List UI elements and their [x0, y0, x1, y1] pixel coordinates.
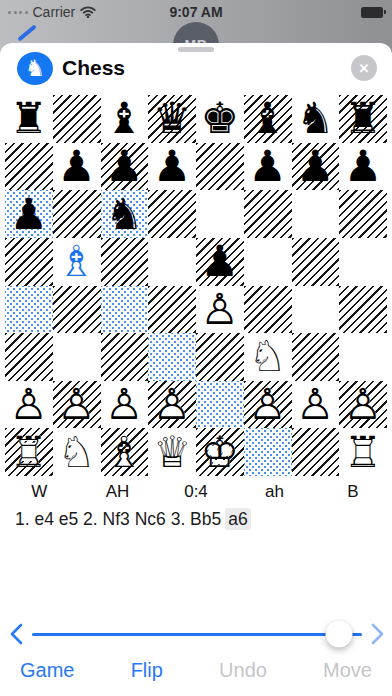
- square-f8[interactable]: ♝: [244, 95, 292, 143]
- black-bishop-c8: ♝: [101, 95, 149, 143]
- square-h1[interactable]: ♜♖: [339, 428, 387, 476]
- square-b1[interactable]: ♞♘: [53, 428, 101, 476]
- knight-logo-icon: ♞: [25, 57, 46, 80]
- square-e8[interactable]: ♚: [196, 95, 244, 143]
- square-h8[interactable]: ♜: [339, 95, 387, 143]
- black-bishop-f8: ♝: [244, 95, 292, 143]
- square-b7[interactable]: ♟: [53, 143, 101, 191]
- move-list-text: 1. e4 e5 2. Nf3 Nc6 3. Bb5: [15, 509, 221, 529]
- white-bishop-b5: ♗: [53, 238, 101, 286]
- square-f5[interactable]: [244, 238, 292, 286]
- close-button[interactable]: ✕: [351, 55, 377, 81]
- square-d4[interactable]: [148, 286, 196, 334]
- square-e2[interactable]: [196, 381, 244, 429]
- square-c3[interactable]: [101, 333, 149, 381]
- black-pawn-e5: ♟: [196, 238, 244, 286]
- black-pawn-b7: ♟: [53, 143, 101, 191]
- square-f2[interactable]: ♟♙: [244, 381, 292, 429]
- square-c8[interactable]: ♝: [101, 95, 149, 143]
- status-bar-right: [361, 7, 386, 18]
- square-b4[interactable]: [53, 286, 101, 334]
- chess-board: ♜♝♛♚♝♞♜♟♟♟♟♟♟♟♞♝♗♟♟♙♞♘♟♙♟♙♟♙♟♙♟♙♟♙♟♙♜♖♞♘…: [5, 95, 387, 476]
- square-d2[interactable]: ♟♙: [148, 381, 196, 429]
- clock-label: 9:07 AM: [0, 4, 392, 20]
- square-h3[interactable]: [339, 333, 387, 381]
- square-e5[interactable]: ♟: [196, 238, 244, 286]
- square-h6[interactable]: [339, 190, 387, 238]
- white-pawn-c2: ♙: [101, 381, 149, 429]
- white-pawn-f2: ♙: [244, 381, 292, 429]
- square-b5[interactable]: ♝♗: [53, 238, 101, 286]
- black-king-e8: ♚: [196, 95, 244, 143]
- square-g7[interactable]: ♟: [292, 143, 340, 191]
- white-pawn-e4: ♙: [196, 286, 244, 334]
- chevron-right-icon: [371, 623, 384, 645]
- square-d8[interactable]: ♛: [148, 95, 196, 143]
- square-b6[interactable]: [53, 190, 101, 238]
- black-pawn-h7: ♟: [339, 143, 387, 191]
- white-rook-h1: ♖: [339, 428, 387, 476]
- bottom-toolbar: Game Flip Undo Move: [0, 657, 392, 683]
- square-a3[interactable]: [5, 333, 53, 381]
- step-forward-button[interactable]: [371, 623, 384, 645]
- square-e3[interactable]: [196, 333, 244, 381]
- move-button[interactable]: Move: [323, 659, 372, 682]
- app-icon: ♞: [17, 52, 53, 85]
- square-g2[interactable]: ♟♙: [292, 381, 340, 429]
- undo-button[interactable]: Undo: [219, 659, 267, 682]
- board-footer: W AH 0:4 ah B: [0, 479, 392, 505]
- square-d3[interactable]: [148, 333, 196, 381]
- square-f7[interactable]: ♟: [244, 143, 292, 191]
- sheet-header: ♞ Chess ✕: [0, 52, 392, 92]
- square-c7[interactable]: ♟: [101, 143, 149, 191]
- square-c5[interactable]: [101, 238, 149, 286]
- black-rook-a8: ♜: [5, 95, 53, 143]
- chevron-left-icon: [10, 623, 23, 645]
- square-d1[interactable]: ♛♕: [148, 428, 196, 476]
- black-queen-d8: ♛: [148, 95, 196, 143]
- square-a8[interactable]: ♜: [5, 95, 53, 143]
- slider-track[interactable]: [32, 633, 362, 636]
- slider-thumb[interactable]: [325, 621, 352, 648]
- page-title: Chess: [62, 56, 125, 80]
- square-c6[interactable]: ♞: [101, 190, 149, 238]
- white-pawn-a2: ♙: [5, 381, 53, 429]
- square-h4[interactable]: [339, 286, 387, 334]
- square-h2[interactable]: ♟♙: [339, 381, 387, 429]
- square-a1[interactable]: ♜♖: [5, 428, 53, 476]
- white-bishop-c1: ♗: [101, 428, 149, 476]
- white-knight-f3: ♘: [244, 333, 292, 381]
- white-pawn-h2: ♙: [339, 381, 387, 429]
- black-rook-h8: ♜: [339, 95, 387, 143]
- black-knight-g8: ♞: [292, 95, 340, 143]
- square-a5[interactable]: [5, 238, 53, 286]
- square-e6[interactable]: [196, 190, 244, 238]
- square-e7[interactable]: [196, 143, 244, 191]
- square-g3[interactable]: [292, 333, 340, 381]
- square-g5[interactable]: [292, 238, 340, 286]
- white-knight-b1: ♘: [53, 428, 101, 476]
- square-a4[interactable]: [5, 286, 53, 334]
- black-pawn-g7: ♟: [292, 143, 340, 191]
- white-rook-a1: ♖: [5, 428, 53, 476]
- white-pawn-d2: ♙: [148, 381, 196, 429]
- move-list: 1. e4 e5 2. Nf3 Nc6 3. Bb5a6: [15, 509, 251, 530]
- footer-label-black: B: [314, 482, 392, 502]
- square-g6[interactable]: [292, 190, 340, 238]
- white-pawn-b2: ♙: [53, 381, 101, 429]
- flip-button[interactable]: Flip: [131, 659, 163, 682]
- status-bar: Carrier 9:07 AM: [0, 3, 392, 21]
- square-d5[interactable]: [148, 238, 196, 286]
- square-g1[interactable]: [292, 428, 340, 476]
- square-b8[interactable]: [53, 95, 101, 143]
- square-c4[interactable]: [101, 286, 149, 334]
- square-a6[interactable]: ♟: [5, 190, 53, 238]
- close-icon: ✕: [359, 61, 370, 76]
- pencil-stroke-decor: [17, 24, 36, 41]
- square-g4[interactable]: [292, 286, 340, 334]
- square-e1[interactable]: ♚♔: [196, 428, 244, 476]
- square-b3[interactable]: [53, 333, 101, 381]
- footer-label-white: W: [0, 482, 78, 502]
- square-c1[interactable]: ♝♗: [101, 428, 149, 476]
- square-d6[interactable]: [148, 190, 196, 238]
- square-g8[interactable]: ♞: [292, 95, 340, 143]
- battery-icon: [361, 7, 383, 18]
- square-e4[interactable]: ♟♙: [196, 286, 244, 334]
- square-f3[interactable]: ♞♘: [244, 333, 292, 381]
- screen: MB Carrier 9:07 AM ♞ Chess: [0, 0, 392, 696]
- square-d7[interactable]: ♟: [148, 143, 196, 191]
- square-a2[interactable]: ♟♙: [5, 381, 53, 429]
- step-back-button[interactable]: [10, 623, 23, 645]
- game-button[interactable]: Game: [20, 659, 74, 682]
- square-c2[interactable]: ♟♙: [101, 381, 149, 429]
- square-f4[interactable]: [244, 286, 292, 334]
- black-pawn-c7: ♟: [101, 143, 149, 191]
- square-h7[interactable]: ♟: [339, 143, 387, 191]
- square-a7[interactable]: [5, 143, 53, 191]
- move-slider[interactable]: [32, 619, 362, 649]
- square-f1[interactable]: [244, 428, 292, 476]
- white-pawn-g2: ♙: [292, 381, 340, 429]
- square-f6[interactable]: [244, 190, 292, 238]
- move-slider-row: [10, 619, 384, 649]
- current-move-badge: a6: [225, 508, 250, 530]
- square-b2[interactable]: ♟♙: [53, 381, 101, 429]
- footer-label-ah-lower[interactable]: ah: [235, 482, 313, 502]
- white-queen-d1: ♕: [148, 428, 196, 476]
- black-pawn-f7: ♟: [244, 143, 292, 191]
- white-king-e1: ♔: [196, 428, 244, 476]
- black-pawn-a6: ♟: [5, 190, 53, 238]
- chess-sheet: ♞ Chess ✕ ♜♝♛♚♝♞♜♟♟♟♟♟♟♟♞♝♗♟♟♙♞♘♟♙♟♙♟♙♟♙…: [0, 43, 392, 696]
- square-h5[interactable]: [339, 238, 387, 286]
- footer-label-clock: 0:4: [157, 482, 235, 502]
- black-knight-c6: ♞: [101, 190, 149, 238]
- footer-label-ah[interactable]: AH: [78, 482, 156, 502]
- battery-tip: [384, 10, 386, 14]
- black-pawn-d7: ♟: [148, 143, 196, 191]
